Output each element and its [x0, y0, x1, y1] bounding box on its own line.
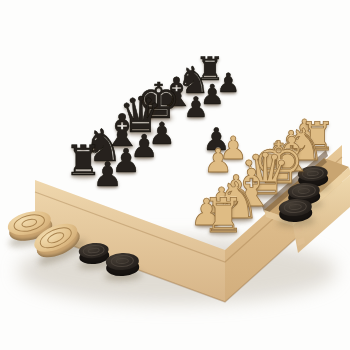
- black-pawn[interactable]: ♟: [183, 94, 208, 122]
- loose-dark-checker[interactable]: [105, 252, 139, 276]
- product-photo-chess-set: ♜♞♝♛♚♝♞♜♟♟♟♟♟♟♟♟♟♟♟♟♟♟♟♟♜♞♝♛♚♝♞♜: [0, 0, 350, 350]
- black-pawn[interactable]: ♟: [92, 158, 122, 192]
- white-rook[interactable]: ♜: [202, 192, 244, 239]
